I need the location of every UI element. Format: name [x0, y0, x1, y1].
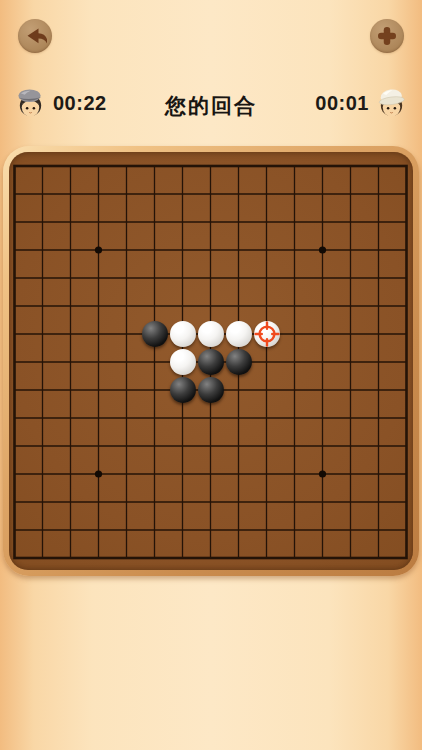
back-button[interactable]: [18, 19, 52, 53]
star-point: [95, 246, 102, 253]
star-point: [319, 246, 326, 253]
player-white-avatar: [376, 87, 407, 120]
back-arrow-icon: [23, 24, 47, 48]
player-white-panel: 00:01: [315, 86, 407, 120]
star-point: [95, 470, 102, 477]
board-frame: [3, 146, 419, 576]
star-point: [207, 358, 214, 365]
player-white-timer: 00:01: [315, 92, 369, 115]
board-grid: [3, 146, 419, 576]
plus-icon: [376, 25, 398, 47]
add-button[interactable]: [370, 19, 404, 53]
star-point: [319, 470, 326, 477]
